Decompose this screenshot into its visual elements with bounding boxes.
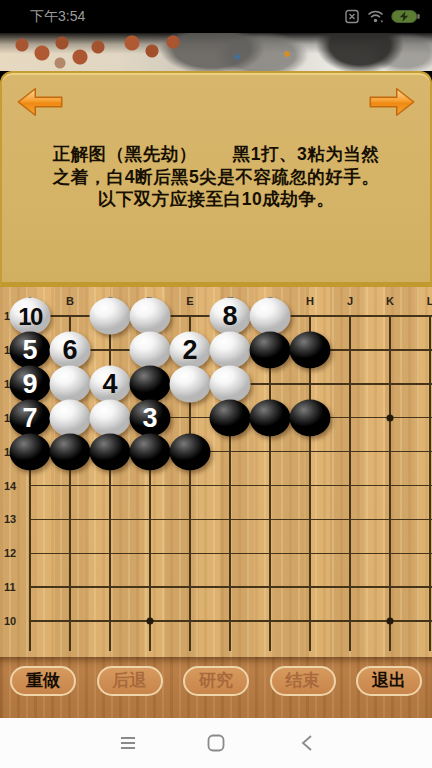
status-icons [344, 9, 420, 24]
col-label-L: L [427, 295, 432, 307]
caption-line-2: 之着，白4断后黑5尖是不容疏忽的好手。 [2, 166, 430, 189]
col-label-K: K [386, 295, 394, 307]
stone-A19: 10 [10, 298, 51, 335]
stone-A17: 9 [10, 365, 51, 402]
row-label-13: 13 [4, 513, 28, 525]
move-number-4: 4 [102, 370, 117, 397]
stone-D18 [130, 331, 171, 368]
app-screen: 下午3:54 [0, 0, 432, 768]
move-number-3: 3 [142, 404, 157, 431]
stone-C15 [90, 433, 131, 470]
stone-F17 [210, 365, 251, 402]
stone-A16: 7 [10, 399, 51, 436]
stone-A15 [10, 433, 51, 470]
redo-button[interactable]: 重做 [10, 666, 76, 696]
move-number-2: 2 [182, 336, 197, 363]
grid-line-row-13 [29, 519, 432, 521]
stone-H16 [290, 399, 331, 436]
stone-E15 [170, 433, 211, 470]
caption-line-3: 以下双方应接至白10成劫争。 [2, 188, 430, 211]
grid-line-col-J [349, 316, 351, 651]
undo-button[interactable]: 后退 [97, 666, 163, 696]
stone-E18: 2 [170, 331, 211, 368]
grid-line-row-11 [29, 586, 432, 588]
stone-C17: 4 [90, 365, 131, 402]
control-button-bar: 重做 后退 研究 结束 退出 [0, 657, 432, 718]
stone-D17 [130, 365, 171, 402]
stone-B18: 6 [50, 331, 91, 368]
row-label-12: 12 [4, 547, 28, 559]
exit-button[interactable]: 退出 [356, 666, 422, 696]
move-number-7: 7 [22, 404, 37, 431]
prev-arrow-button[interactable] [15, 85, 65, 119]
stone-E17 [170, 365, 211, 402]
stone-G18 [250, 331, 291, 368]
stone-C19 [90, 298, 131, 335]
stone-D19 [130, 298, 171, 335]
move-number-8: 8 [222, 303, 237, 330]
grid-line-col-L [429, 316, 431, 651]
back-icon[interactable] [297, 732, 319, 754]
stone-F18 [210, 331, 251, 368]
row-label-14: 14 [4, 480, 28, 492]
star-point-K16 [387, 414, 394, 421]
wifi-icon [367, 9, 384, 24]
android-nav-bar [0, 718, 432, 768]
stone-G19 [250, 298, 291, 335]
end-button[interactable]: 结束 [270, 666, 336, 696]
banner-painting [0, 33, 432, 71]
battery-charging-icon [391, 9, 420, 24]
grid-line-row-14 [29, 485, 432, 487]
grid-line-row-12 [29, 553, 432, 555]
move-number-5: 5 [22, 336, 37, 363]
stone-F16 [210, 399, 251, 436]
move-number-9: 9 [22, 370, 37, 397]
go-board[interactable]: ABCDEFGHJKL19181716151413121110108562947… [0, 287, 432, 657]
stone-F19: 8 [210, 298, 251, 335]
row-label-11: 11 [4, 581, 28, 593]
row-label-10: 10 [4, 615, 28, 627]
stone-B16 [50, 399, 91, 436]
move-number-6: 6 [62, 336, 77, 363]
col-label-E: E [186, 295, 193, 307]
star-point-D10 [147, 618, 154, 625]
stone-D16: 3 [130, 399, 171, 436]
stone-H18 [290, 331, 331, 368]
col-label-H: H [306, 295, 314, 307]
star-point-K10 [387, 618, 394, 625]
grid-line-col-K [389, 316, 391, 651]
stone-D15 [130, 433, 171, 470]
menu-icon[interactable] [117, 732, 139, 754]
col-label-J: J [347, 295, 353, 307]
status-bar: 下午3:54 [0, 0, 432, 33]
stone-B15 [50, 433, 91, 470]
move-number-10: 10 [18, 304, 42, 328]
puzzle-caption: 正解图（黑先劫） 黑1打、3粘为当然 之着，白4断后黑5尖是不容疏忽的好手。 以… [2, 143, 430, 211]
research-button[interactable]: 研究 [183, 666, 249, 696]
next-arrow-button[interactable] [367, 85, 417, 119]
no-sim-icon [344, 9, 360, 24]
clock: 下午3:54 [30, 8, 85, 26]
puzzle-panel: 正解图（黑先劫） 黑1打、3粘为当然 之着，白4断后黑5尖是不容疏忽的好手。 以… [0, 71, 432, 287]
stone-A18: 5 [10, 331, 51, 368]
stone-G16 [250, 399, 291, 436]
home-icon[interactable] [205, 732, 227, 754]
caption-line-1: 正解图（黑先劫） 黑1打、3粘为当然 [2, 143, 430, 166]
col-label-B: B [66, 295, 74, 307]
stone-C16 [90, 399, 131, 436]
stone-B17 [50, 365, 91, 402]
grid-line-row-10 [29, 620, 432, 622]
